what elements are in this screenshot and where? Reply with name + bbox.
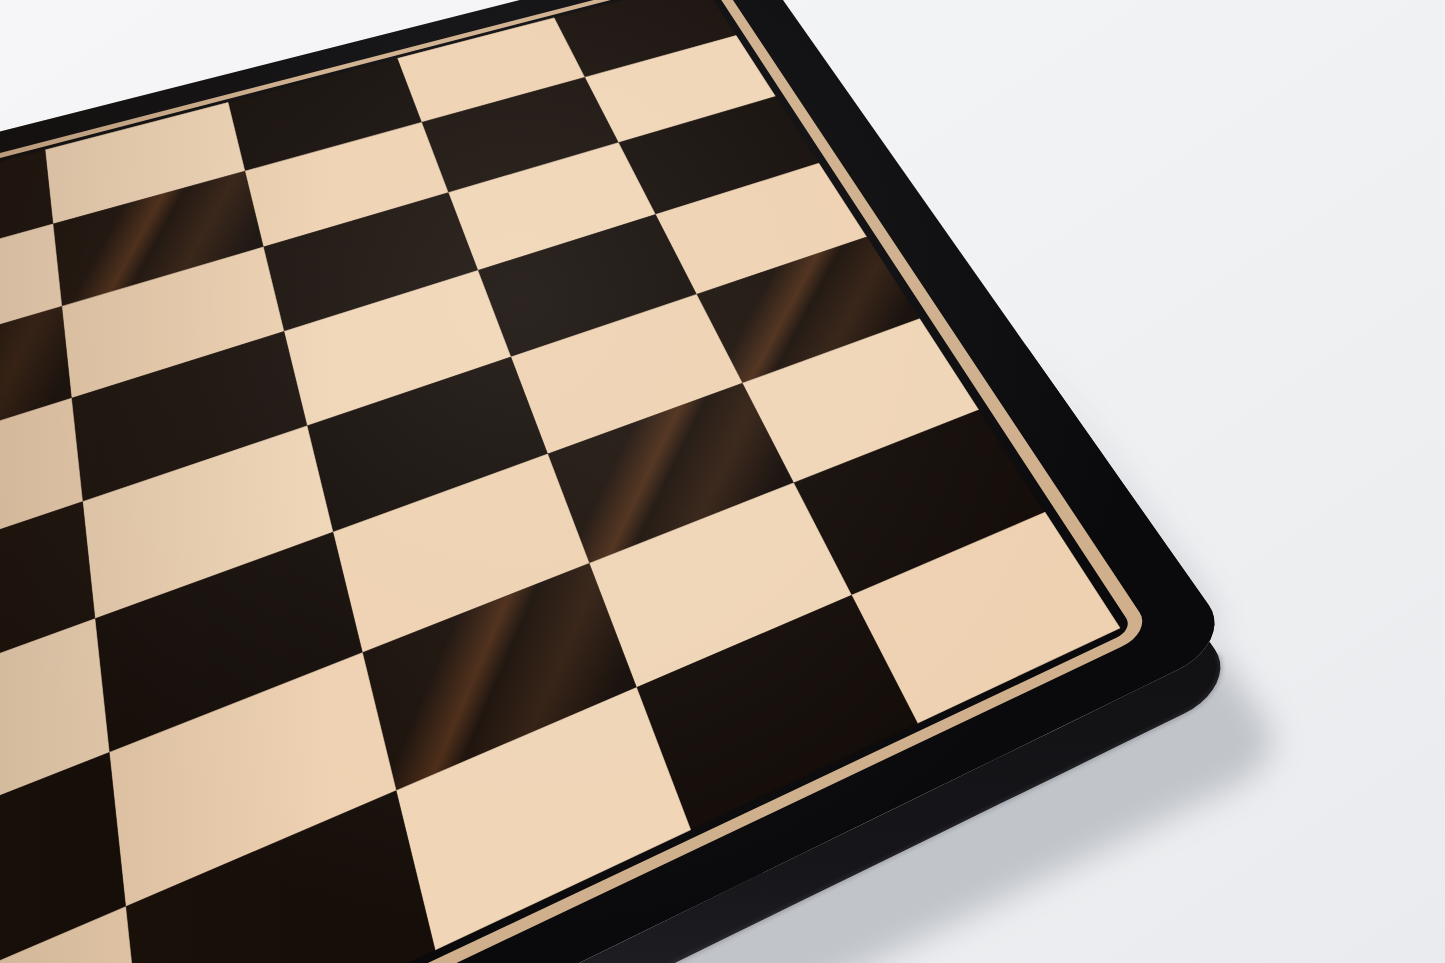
chessboard-photo-scene [0, 0, 1445, 963]
studio-photo [0, 0, 1445, 963]
